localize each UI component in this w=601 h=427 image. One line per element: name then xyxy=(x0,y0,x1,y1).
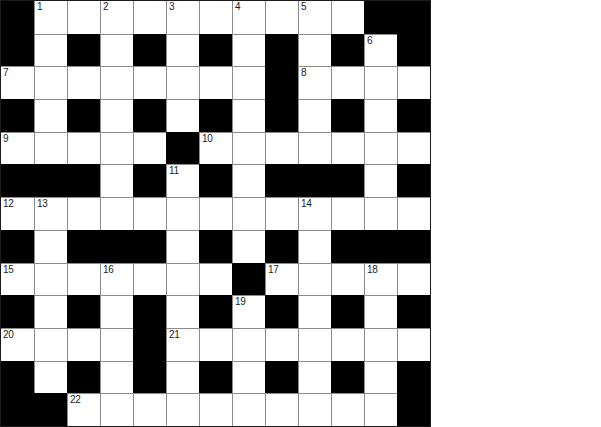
blocked-cell-r7c0 xyxy=(1,230,34,263)
cell-r9c1[interactable] xyxy=(34,295,67,328)
cell-r6c6[interactable] xyxy=(199,197,232,230)
blocked-cell-r1c2 xyxy=(67,34,100,67)
cell-r3c5[interactable] xyxy=(166,99,199,132)
clue-number-12: 12 xyxy=(3,198,14,210)
cell-r5c3[interactable] xyxy=(100,164,133,197)
cell-r10c1[interactable] xyxy=(34,328,67,361)
blocked-cell-r5c10 xyxy=(331,164,364,197)
page: 12345678910111213141516171819202122 xyxy=(0,0,601,427)
cell-r2c3[interactable] xyxy=(100,66,133,99)
cell-r12c2[interactable]: 22 xyxy=(67,393,100,426)
cell-r12c11[interactable] xyxy=(364,393,397,426)
blocked-cell-r3c8 xyxy=(265,99,298,132)
blocked-cell-r1c4 xyxy=(133,34,166,67)
cell-r2c6[interactable] xyxy=(199,66,232,99)
cell-r12c3[interactable] xyxy=(100,393,133,426)
cell-r2c2[interactable] xyxy=(67,66,100,99)
blocked-cell-r5c8 xyxy=(265,164,298,197)
cell-r5c5[interactable]: 11 xyxy=(166,164,199,197)
cell-r12c6[interactable] xyxy=(199,393,232,426)
blocked-cell-r5c0 xyxy=(1,164,34,197)
cell-r10c11[interactable] xyxy=(364,328,397,361)
clue-number-11: 11 xyxy=(169,165,179,177)
cell-r8c9[interactable] xyxy=(298,263,331,296)
cell-r9c7[interactable]: 19 xyxy=(232,295,265,328)
clue-number-8: 8 xyxy=(301,67,306,79)
cell-r5c11[interactable] xyxy=(364,164,397,197)
cell-r6c3[interactable] xyxy=(100,197,133,230)
blocked-cell-r0c12 xyxy=(397,1,430,34)
clue-number-15: 15 xyxy=(3,264,14,276)
cell-r2c10[interactable] xyxy=(331,66,364,99)
cell-r6c9[interactable]: 14 xyxy=(298,197,331,230)
cell-r11c7[interactable] xyxy=(232,361,265,394)
cell-r4c4[interactable] xyxy=(133,132,166,165)
blocked-cell-r3c6 xyxy=(199,99,232,132)
cell-r4c9[interactable] xyxy=(298,132,331,165)
cell-r6c7[interactable] xyxy=(232,197,265,230)
cell-r0c7[interactable]: 4 xyxy=(232,1,265,34)
cell-r2c1[interactable] xyxy=(34,66,67,99)
cell-r12c8[interactable] xyxy=(265,393,298,426)
blocked-cell-r2c8 xyxy=(265,66,298,99)
blocked-cell-r7c10 xyxy=(331,230,364,263)
clue-number-18: 18 xyxy=(367,264,378,276)
blocked-cell-r1c8 xyxy=(265,34,298,67)
blocked-cell-r9c8 xyxy=(265,295,298,328)
blocked-cell-r7c6 xyxy=(199,230,232,263)
blocked-cell-r9c10 xyxy=(331,295,364,328)
clue-number-22: 22 xyxy=(70,394,81,406)
cell-r4c8[interactable] xyxy=(265,132,298,165)
cell-r8c12[interactable] xyxy=(397,263,430,296)
cell-r8c2[interactable] xyxy=(67,263,100,296)
blocked-cell-r11c10 xyxy=(331,361,364,394)
cell-r4c6[interactable]: 10 xyxy=(199,132,232,165)
cell-r2c7[interactable] xyxy=(232,66,265,99)
cell-r7c5[interactable] xyxy=(166,230,199,263)
clue-number-4: 4 xyxy=(235,1,240,13)
cell-r3c1[interactable] xyxy=(34,99,67,132)
cell-r12c5[interactable] xyxy=(166,393,199,426)
cell-r8c11[interactable]: 18 xyxy=(364,263,397,296)
cell-r7c9[interactable] xyxy=(298,230,331,263)
clue-number-19: 19 xyxy=(235,296,246,308)
blocked-cell-r3c10 xyxy=(331,99,364,132)
blocked-cell-r9c2 xyxy=(67,295,100,328)
cell-r10c7[interactable] xyxy=(232,328,265,361)
cell-r2c11[interactable] xyxy=(364,66,397,99)
cell-r6c4[interactable] xyxy=(133,197,166,230)
blocked-cell-r1c6 xyxy=(199,34,232,67)
cell-r3c7[interactable] xyxy=(232,99,265,132)
cell-r0c10[interactable] xyxy=(331,1,364,34)
cell-r11c9[interactable] xyxy=(298,361,331,394)
blocked-cell-r1c0 xyxy=(1,34,34,67)
cell-r0c1[interactable]: 1 xyxy=(34,1,67,34)
cell-r4c11[interactable] xyxy=(364,132,397,165)
blocked-cell-r11c12 xyxy=(397,361,430,394)
cell-r8c5[interactable] xyxy=(166,263,199,296)
clue-number-1: 1 xyxy=(37,1,42,13)
cell-r7c1[interactable] xyxy=(34,230,67,263)
cell-r8c4[interactable] xyxy=(133,263,166,296)
blocked-cell-r7c2 xyxy=(67,230,100,263)
cell-r8c10[interactable] xyxy=(331,263,364,296)
cell-r1c3[interactable] xyxy=(100,34,133,67)
cell-r10c8[interactable] xyxy=(265,328,298,361)
cell-r3c3[interactable] xyxy=(100,99,133,132)
blocked-cell-r5c1 xyxy=(34,164,67,197)
cell-r4c3[interactable] xyxy=(100,132,133,165)
blocked-cell-r12c0 xyxy=(1,393,34,426)
cell-r0c9[interactable]: 5 xyxy=(298,1,331,34)
blocked-cell-r11c0 xyxy=(1,361,34,394)
clue-number-14: 14 xyxy=(301,198,312,210)
clue-number-2: 2 xyxy=(103,1,108,13)
cell-r11c1[interactable] xyxy=(34,361,67,394)
cell-r4c10[interactable] xyxy=(331,132,364,165)
cell-r12c4[interactable] xyxy=(133,393,166,426)
cell-r10c5[interactable]: 21 xyxy=(166,328,199,361)
clue-number-16: 16 xyxy=(103,264,114,276)
cell-r4c12[interactable] xyxy=(397,132,430,165)
cell-r1c9[interactable] xyxy=(298,34,331,67)
cell-r8c0[interactable]: 15 xyxy=(1,263,34,296)
blocked-cell-r3c12 xyxy=(397,99,430,132)
blocked-cell-r5c9 xyxy=(298,164,331,197)
cell-r0c3[interactable]: 2 xyxy=(100,1,133,34)
cell-r2c12[interactable] xyxy=(397,66,430,99)
clue-number-5: 5 xyxy=(301,1,306,13)
clue-number-20: 20 xyxy=(3,329,14,341)
cell-r0c5[interactable]: 3 xyxy=(166,1,199,34)
cell-r2c4[interactable] xyxy=(133,66,166,99)
clue-number-21: 21 xyxy=(169,329,180,341)
cell-r6c5[interactable] xyxy=(166,197,199,230)
cell-r10c2[interactable] xyxy=(67,328,100,361)
blocked-cell-r5c12 xyxy=(397,164,430,197)
cell-r7c7[interactable] xyxy=(232,230,265,263)
blocked-cell-r12c12 xyxy=(397,393,430,426)
crossword-grid: 12345678910111213141516171819202122 xyxy=(0,0,431,427)
cell-r6c2[interactable] xyxy=(67,197,100,230)
cell-r4c7[interactable] xyxy=(232,132,265,165)
cell-r9c5[interactable] xyxy=(166,295,199,328)
blocked-cell-r3c4 xyxy=(133,99,166,132)
cell-r2c9[interactable]: 8 xyxy=(298,66,331,99)
cell-r4c0[interactable]: 9 xyxy=(1,132,34,165)
cell-r6c10[interactable] xyxy=(331,197,364,230)
blocked-cell-r11c6 xyxy=(199,361,232,394)
blocked-cell-r9c0 xyxy=(1,295,34,328)
blocked-cell-r7c11 xyxy=(364,230,397,263)
cell-r10c12[interactable] xyxy=(397,328,430,361)
cell-r6c11[interactable] xyxy=(364,197,397,230)
cell-r6c8[interactable] xyxy=(265,197,298,230)
cell-r0c2[interactable] xyxy=(67,1,100,34)
cell-r10c9[interactable] xyxy=(298,328,331,361)
blocked-cell-r11c2 xyxy=(67,361,100,394)
blocked-cell-r9c4 xyxy=(133,295,166,328)
blocked-cell-r11c4 xyxy=(133,361,166,394)
cell-r9c9[interactable] xyxy=(298,295,331,328)
blocked-cell-r5c2 xyxy=(67,164,100,197)
cell-r8c8[interactable]: 17 xyxy=(265,263,298,296)
cell-r0c8[interactable] xyxy=(265,1,298,34)
blocked-cell-r10c4 xyxy=(133,328,166,361)
clue-number-17: 17 xyxy=(268,264,279,276)
cell-r12c10[interactable] xyxy=(331,393,364,426)
blocked-cell-r7c8 xyxy=(265,230,298,263)
blocked-cell-r9c12 xyxy=(397,295,430,328)
cell-r4c1[interactable] xyxy=(34,132,67,165)
cell-r1c1[interactable] xyxy=(34,34,67,67)
blocked-cell-r5c6 xyxy=(199,164,232,197)
cell-r12c9[interactable] xyxy=(298,393,331,426)
blocked-cell-r1c10 xyxy=(331,34,364,67)
cell-r10c3[interactable] xyxy=(100,328,133,361)
blocked-cell-r11c8 xyxy=(265,361,298,394)
cell-r1c11[interactable]: 6 xyxy=(364,34,397,67)
cell-r4c2[interactable] xyxy=(67,132,100,165)
blocked-cell-r5c4 xyxy=(133,164,166,197)
clue-number-10: 10 xyxy=(202,133,213,145)
cell-r9c3[interactable] xyxy=(100,295,133,328)
cell-r6c1[interactable]: 13 xyxy=(34,197,67,230)
cell-r2c5[interactable] xyxy=(166,66,199,99)
cell-r12c7[interactable] xyxy=(232,393,265,426)
blocked-cell-r0c11 xyxy=(364,1,397,34)
cell-r2c0[interactable]: 7 xyxy=(1,66,34,99)
cell-r6c0[interactable]: 12 xyxy=(1,197,34,230)
blocked-cell-r12c1 xyxy=(34,393,67,426)
clue-number-6: 6 xyxy=(367,35,372,47)
clue-number-7: 7 xyxy=(3,67,8,79)
blocked-cell-r3c0 xyxy=(1,99,34,132)
blocked-cell-r7c12 xyxy=(397,230,430,263)
cell-r8c1[interactable] xyxy=(34,263,67,296)
cell-r0c6[interactable] xyxy=(199,1,232,34)
cell-r11c5[interactable] xyxy=(166,361,199,394)
cell-r5c7[interactable] xyxy=(232,164,265,197)
cell-r10c10[interactable] xyxy=(331,328,364,361)
blocked-cell-r0c0 xyxy=(1,1,34,34)
cell-r0c4[interactable] xyxy=(133,1,166,34)
cell-r8c6[interactable] xyxy=(199,263,232,296)
cell-r1c7[interactable] xyxy=(232,34,265,67)
blocked-cell-r8c7 xyxy=(232,263,265,296)
blocked-cell-r7c3 xyxy=(100,230,133,263)
cell-r10c0[interactable]: 20 xyxy=(1,328,34,361)
blocked-cell-r4c5 xyxy=(166,132,199,165)
cell-r8c3[interactable]: 16 xyxy=(100,263,133,296)
cell-r11c3[interactable] xyxy=(100,361,133,394)
cell-r11c11[interactable] xyxy=(364,361,397,394)
cell-r6c12[interactable] xyxy=(397,197,430,230)
cell-r1c5[interactable] xyxy=(166,34,199,67)
clue-number-13: 13 xyxy=(37,198,48,210)
cell-r3c9[interactable] xyxy=(298,99,331,132)
cell-r3c11[interactable] xyxy=(364,99,397,132)
blocked-cell-r1c12 xyxy=(397,34,430,67)
cell-r9c11[interactable] xyxy=(364,295,397,328)
blocked-cell-r3c2 xyxy=(67,99,100,132)
blocked-cell-r7c4 xyxy=(133,230,166,263)
clue-number-3: 3 xyxy=(169,1,174,13)
clue-number-9: 9 xyxy=(3,133,8,145)
cell-r10c6[interactable] xyxy=(199,328,232,361)
blocked-cell-r9c6 xyxy=(199,295,232,328)
